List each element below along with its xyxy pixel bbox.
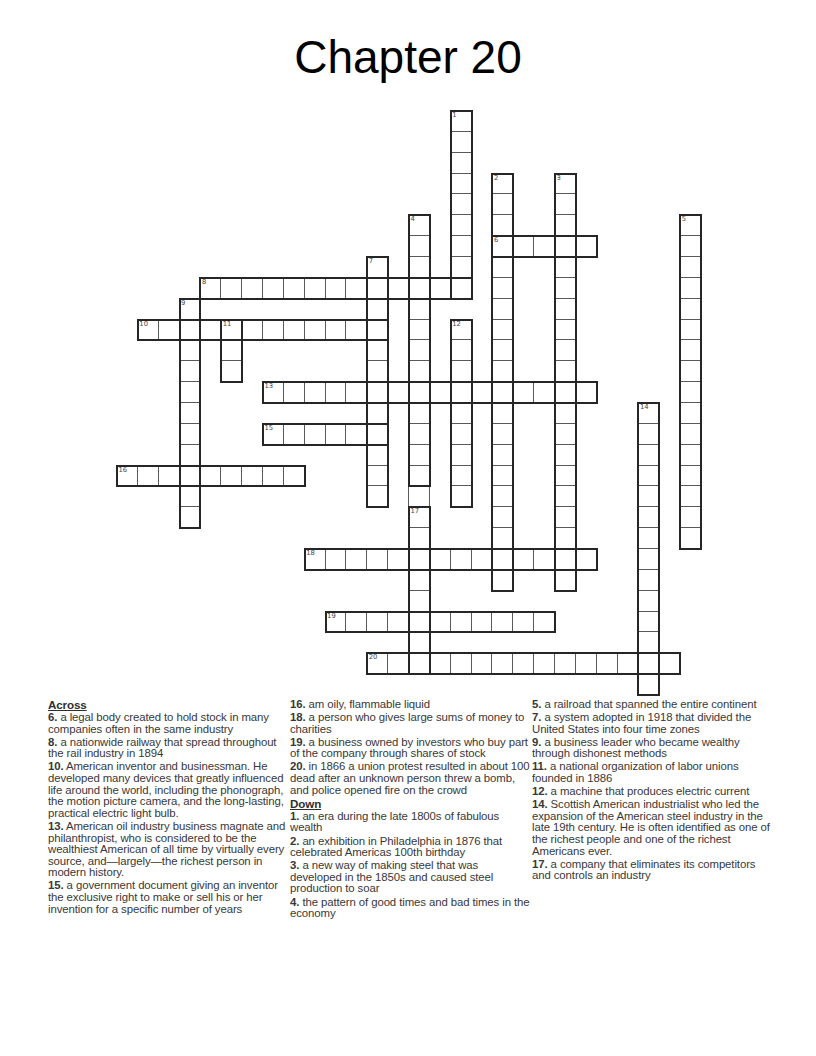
grid-cell[interactable]: [429, 652, 451, 674]
grid-cell[interactable]: [304, 319, 326, 341]
grid-cell[interactable]: [533, 611, 555, 633]
clues-column-2: 16. am oily, flammable liquid18. a perso…: [290, 699, 532, 921]
grid-cell[interactable]: [408, 506, 430, 528]
crossword-grid: 1234567891011121314151617181920: [116, 110, 704, 698]
grid-cell[interactable]: [658, 652, 680, 674]
grid-cell[interactable]: [637, 652, 659, 674]
grid-cell[interactable]: [637, 548, 659, 570]
grid-cell[interactable]: [262, 319, 284, 341]
clue-item-down-14: 14. Scottish American industrialist who …: [532, 799, 774, 857]
grid-cell[interactable]: [408, 569, 430, 591]
grid-cell[interactable]: [554, 652, 576, 674]
grid-cell[interactable]: [679, 298, 701, 320]
grid-cell[interactable]: [408, 444, 430, 466]
grid-cell[interactable]: [179, 402, 201, 424]
grid-cell[interactable]: [491, 402, 513, 424]
puzzle-title: Chapter 20: [0, 33, 816, 81]
grid-cell[interactable]: [366, 423, 388, 445]
grid-cell[interactable]: [491, 193, 513, 215]
grid-cell[interactable]: [450, 319, 472, 341]
clue-item-across-13: 13. American oil industry business magna…: [48, 821, 290, 879]
grid-cell[interactable]: [491, 423, 513, 445]
grid-cell[interactable]: [345, 423, 367, 445]
grid-cell[interactable]: [679, 485, 701, 507]
grid-cell[interactable]: [304, 548, 326, 570]
grid-cell[interactable]: [262, 465, 284, 487]
grid-cell[interactable]: [325, 277, 347, 299]
grid-cell[interactable]: [408, 214, 430, 236]
grid-cell[interactable]: [637, 527, 659, 549]
grid-cell[interactable]: [366, 611, 388, 633]
grid-cell[interactable]: [366, 298, 388, 320]
grid-cell[interactable]: [679, 339, 701, 361]
grid-cell[interactable]: [575, 235, 597, 257]
grid-cell[interactable]: [637, 590, 659, 612]
grid-cell[interactable]: [450, 611, 472, 633]
grid-cell[interactable]: [220, 319, 242, 341]
grid-cell[interactable]: [429, 381, 451, 403]
grid-cell[interactable]: [387, 277, 409, 299]
grid-cell[interactable]: [325, 423, 347, 445]
grid-cell[interactable]: [366, 319, 388, 341]
grid-cell[interactable]: [408, 590, 430, 612]
grid-cell[interactable]: [554, 506, 576, 528]
grid-cell[interactable]: [241, 277, 263, 299]
grid-cell[interactable]: [533, 235, 555, 257]
grid-cell[interactable]: [637, 485, 659, 507]
grid-cell[interactable]: [408, 360, 430, 382]
grid-cell[interactable]: [491, 465, 513, 487]
clue-item-across-15: 15. a government document giving an inve…: [48, 880, 290, 915]
grid-cell[interactable]: [679, 402, 701, 424]
grid-cell[interactable]: [554, 319, 576, 341]
grid-cell[interactable]: [554, 193, 576, 215]
grid-cell[interactable]: [262, 381, 284, 403]
grid-cell[interactable]: [283, 381, 305, 403]
grid-cell[interactable]: [554, 569, 576, 591]
grid-cell[interactable]: [179, 506, 201, 528]
grid-cell[interactable]: [179, 298, 201, 320]
grid-cell[interactable]: [283, 465, 305, 487]
grid-cell[interactable]: [491, 298, 513, 320]
grid-cell[interactable]: [491, 444, 513, 466]
grid-cell[interactable]: [345, 611, 367, 633]
grid-cell[interactable]: [554, 527, 576, 549]
clue-item-across-16: 16. am oily, flammable liquid: [290, 699, 532, 711]
grid-cell[interactable]: [408, 485, 430, 507]
grid-cell[interactable]: [179, 423, 201, 445]
clue-item-down-4: 4. the pattern of good times and bad tim…: [290, 897, 532, 920]
grid-cell[interactable]: [679, 256, 701, 278]
grid-cell[interactable]: [199, 465, 221, 487]
grid-cell[interactable]: [179, 360, 201, 382]
grid-cell[interactable]: [450, 235, 472, 257]
grid-cell[interactable]: [679, 423, 701, 445]
grid-cell[interactable]: [679, 319, 701, 341]
grid-cell[interactable]: [512, 381, 534, 403]
grid-cell[interactable]: [491, 277, 513, 299]
grid-cell[interactable]: [554, 277, 576, 299]
clue-item-down-7: 7. a system adopted in 1918 that divided…: [532, 712, 774, 735]
grid-cell[interactable]: [491, 652, 513, 674]
grid-cell[interactable]: [345, 381, 367, 403]
grid-cell[interactable]: [637, 611, 659, 633]
grid-cell[interactable]: [471, 381, 493, 403]
grid-cell[interactable]: [325, 611, 347, 633]
grid-cell[interactable]: [408, 277, 430, 299]
grid-cell[interactable]: [408, 465, 430, 487]
grid-cell[interactable]: [366, 485, 388, 507]
grid-cell[interactable]: [512, 652, 534, 674]
grid-cell[interactable]: [262, 277, 284, 299]
grid-cell[interactable]: [366, 277, 388, 299]
grid-cell[interactable]: [366, 360, 388, 382]
grid-cell[interactable]: [283, 319, 305, 341]
grid-cell[interactable]: [408, 652, 430, 674]
grid-cell[interactable]: [220, 277, 242, 299]
grid-cell[interactable]: [366, 339, 388, 361]
grid-cell[interactable]: [345, 548, 367, 570]
grid-cell[interactable]: [220, 339, 242, 361]
grid-cell[interactable]: [512, 548, 534, 570]
grid-cell[interactable]: [637, 465, 659, 487]
grid-cell[interactable]: [450, 444, 472, 466]
grid-cell[interactable]: [408, 631, 430, 653]
clue-item-down-9: 9. a business leader who became wealthy …: [532, 737, 774, 760]
grid-cell[interactable]: [512, 235, 534, 257]
grid-cell[interactable]: [450, 339, 472, 361]
grid-cell[interactable]: [491, 256, 513, 278]
grid-cell[interactable]: [554, 235, 576, 257]
clue-item-down-12: 12. a machine that produces electric cur…: [532, 786, 774, 798]
grid-cell[interactable]: [450, 193, 472, 215]
grid-cell[interactable]: [554, 465, 576, 487]
grid-cell[interactable]: [554, 360, 576, 382]
grid-cell[interactable]: [199, 319, 221, 341]
grid-cell[interactable]: [366, 465, 388, 487]
grid-cell[interactable]: [408, 527, 430, 549]
grid-cell[interactable]: [408, 319, 430, 341]
grid-cell[interactable]: [220, 465, 242, 487]
grid-cell[interactable]: [408, 235, 430, 257]
grid-cell[interactable]: [575, 652, 597, 674]
clue-item-across-10: 10. American inventor and businessman. H…: [48, 761, 290, 819]
grid-cell[interactable]: [283, 423, 305, 445]
grid-cell[interactable]: [325, 381, 347, 403]
grid-cell[interactable]: [679, 444, 701, 466]
grid-cell[interactable]: [491, 548, 513, 570]
grid-cell[interactable]: [387, 611, 409, 633]
grid-cell[interactable]: [366, 548, 388, 570]
grid-cell[interactable]: [408, 548, 430, 570]
grid-cell[interactable]: [366, 652, 388, 674]
clue-item-down-17: 17. a company that eliminates its compet…: [532, 859, 774, 882]
grid-cell[interactable]: [637, 506, 659, 528]
grid-cell[interactable]: [220, 360, 242, 382]
grid-cell[interactable]: [387, 652, 409, 674]
grid-cell[interactable]: [241, 319, 263, 341]
grid-cell[interactable]: [137, 319, 159, 341]
grid-cell[interactable]: [366, 444, 388, 466]
grid-cell[interactable]: [491, 569, 513, 591]
grid-cell[interactable]: [387, 381, 409, 403]
grid-cell[interactable]: [637, 402, 659, 424]
grid-cell[interactable]: [554, 444, 576, 466]
grid-cell[interactable]: [450, 381, 472, 403]
grid-cell[interactable]: [679, 277, 701, 299]
grid-cell[interactable]: [179, 339, 201, 361]
clues-column-3: 5. a railroad that spanned the entire co…: [532, 699, 774, 883]
grid-cell[interactable]: [116, 465, 138, 487]
grid-cell[interactable]: [491, 319, 513, 341]
grid-cell[interactable]: [512, 611, 534, 633]
grid-cell[interactable]: [429, 611, 451, 633]
clue-item-across-18: 18. a person who gives large sums of mon…: [290, 712, 532, 735]
grid-cell[interactable]: [179, 444, 201, 466]
grid-cell[interactable]: [471, 548, 493, 570]
grid-cell[interactable]: [533, 381, 555, 403]
grid-cell[interactable]: [450, 277, 472, 299]
grid-cell[interactable]: [450, 256, 472, 278]
grid-cell[interactable]: [366, 402, 388, 424]
grid-cell[interactable]: [408, 611, 430, 633]
grid-cell[interactable]: [450, 131, 472, 153]
across-header: Across: [48, 699, 290, 711]
grid-cell[interactable]: [450, 173, 472, 195]
grid-cell[interactable]: [450, 485, 472, 507]
grid-cell[interactable]: [199, 277, 221, 299]
grid-cell[interactable]: [450, 548, 472, 570]
grid-cell[interactable]: [554, 256, 576, 278]
grid-cell[interactable]: [304, 423, 326, 445]
grid-cell[interactable]: [554, 381, 576, 403]
grid-cell[interactable]: [408, 339, 430, 361]
grid-cell[interactable]: [366, 256, 388, 278]
grid-cell[interactable]: [491, 214, 513, 236]
grid-cell[interactable]: [408, 402, 430, 424]
grid-cell[interactable]: [533, 652, 555, 674]
grid-cell[interactable]: [596, 652, 618, 674]
grid-cell[interactable]: [491, 485, 513, 507]
clue-item-across-8: 8. a nationwide railway that spread thro…: [48, 737, 290, 760]
grid-cell[interactable]: [429, 548, 451, 570]
clue-item-down-2: 2. an exhibition in Philadelphia in 1876…: [290, 836, 532, 859]
clue-item-down-5: 5. a railroad that spanned the entire co…: [532, 699, 774, 711]
grid-cell[interactable]: [450, 110, 472, 132]
grid-cell[interactable]: [262, 423, 284, 445]
grid-cell[interactable]: [637, 569, 659, 591]
grid-cell[interactable]: [179, 485, 201, 507]
clue-item-down-1: 1. an era during the late 1800s of fabul…: [290, 811, 532, 834]
grid-cell[interactable]: [450, 214, 472, 236]
grid-cell[interactable]: [491, 339, 513, 361]
grid-cell[interactable]: [179, 381, 201, 403]
grid-cell[interactable]: [554, 339, 576, 361]
grid-cell[interactable]: [471, 611, 493, 633]
clues-column-1: Across6. a legal body created to hold st…: [48, 699, 290, 917]
grid-cell[interactable]: [450, 652, 472, 674]
grid-cell[interactable]: [554, 423, 576, 445]
grid-cell[interactable]: [491, 381, 513, 403]
clue-item-across-6: 6. a legal body created to hold stock in…: [48, 712, 290, 735]
down-header: Down: [290, 798, 532, 810]
clue-item-across-20: 20. in 1866 a union protest resulted in …: [290, 761, 532, 796]
grid-cell[interactable]: [637, 631, 659, 653]
grid-cell[interactable]: [554, 298, 576, 320]
grid-cell[interactable]: [366, 381, 388, 403]
grid-cell[interactable]: [575, 381, 597, 403]
grid-cell[interactable]: [637, 444, 659, 466]
grid-cell[interactable]: [575, 548, 597, 570]
grid-cell[interactable]: [554, 214, 576, 236]
grid-cell[interactable]: [179, 319, 201, 341]
grid-cell[interactable]: [554, 548, 576, 570]
grid-cell[interactable]: [325, 319, 347, 341]
grid-cell[interactable]: [179, 465, 201, 487]
grid-cell[interactable]: [679, 381, 701, 403]
grid-cell[interactable]: [491, 611, 513, 633]
grid-cell[interactable]: [408, 256, 430, 278]
grid-cell[interactable]: [345, 319, 367, 341]
grid-cell[interactable]: [679, 214, 701, 236]
grid-cell[interactable]: [554, 485, 576, 507]
grid-cell[interactable]: [617, 652, 639, 674]
grid-cell[interactable]: [304, 381, 326, 403]
grid-cell[interactable]: [408, 423, 430, 445]
grid-cell[interactable]: [679, 527, 701, 549]
grid-cell[interactable]: [637, 423, 659, 445]
grid-cell[interactable]: [158, 465, 180, 487]
grid-cell[interactable]: [158, 319, 180, 341]
grid-cell[interactable]: [679, 506, 701, 528]
grid-cell[interactable]: [325, 548, 347, 570]
grid-cell[interactable]: [491, 527, 513, 549]
grid-cell[interactable]: [450, 465, 472, 487]
grid-cell[interactable]: [491, 235, 513, 257]
grid-cell[interactable]: [637, 673, 659, 695]
grid-cell[interactable]: [241, 465, 263, 487]
grid-cell[interactable]: [387, 548, 409, 570]
grid-cell[interactable]: [471, 652, 493, 674]
grid-cell[interactable]: [408, 298, 430, 320]
grid-cell[interactable]: [491, 173, 513, 195]
grid-cell[interactable]: [408, 381, 430, 403]
clue-item-across-19: 19. a business owned by investors who bu…: [290, 737, 532, 760]
grid-cell[interactable]: [137, 465, 159, 487]
grid-cell[interactable]: [304, 277, 326, 299]
grid-cell[interactable]: [679, 360, 701, 382]
grid-cell[interactable]: [450, 360, 472, 382]
grid-cell[interactable]: [429, 277, 451, 299]
grid-cell[interactable]: [283, 277, 305, 299]
grid-cell[interactable]: [450, 423, 472, 445]
grid-cell[interactable]: [491, 360, 513, 382]
grid-cell[interactable]: [679, 235, 701, 257]
grid-cell[interactable]: [450, 402, 472, 424]
grid-cell[interactable]: [679, 465, 701, 487]
clue-item-down-3: 3. a new way of making steel that was de…: [290, 860, 532, 895]
grid-cell[interactable]: [450, 152, 472, 174]
grid-cell[interactable]: [554, 173, 576, 195]
grid-cell[interactable]: [345, 277, 367, 299]
grid-cell[interactable]: [491, 506, 513, 528]
grid-cell[interactable]: [554, 402, 576, 424]
clue-item-down-11: 11. a national organization of labor uni…: [532, 761, 774, 784]
grid-cell[interactable]: [533, 548, 555, 570]
